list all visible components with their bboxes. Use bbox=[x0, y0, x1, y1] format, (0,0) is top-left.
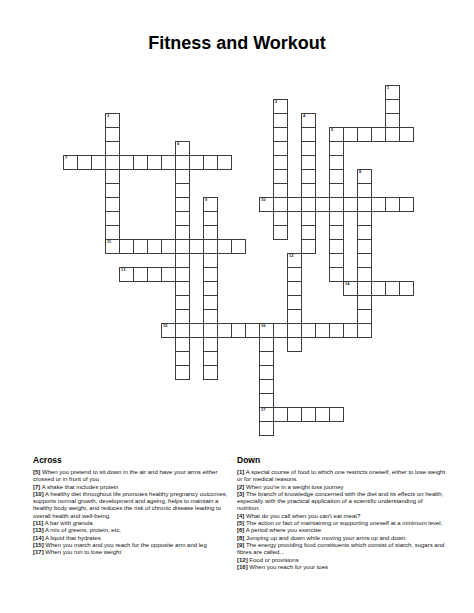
grid-cell[interactable] bbox=[385, 127, 400, 142]
grid-cell[interactable] bbox=[301, 183, 316, 198]
grid-cell[interactable] bbox=[175, 295, 190, 310]
grid-cell[interactable] bbox=[273, 211, 288, 226]
grid-cell[interactable] bbox=[161, 239, 176, 254]
clue-item: [10] A healthy diet throughout life prom… bbox=[33, 491, 230, 520]
grid-cell[interactable] bbox=[175, 197, 190, 212]
grid-cell[interactable] bbox=[175, 337, 190, 352]
across-clue-list: [5] When you pretend to sit down in the … bbox=[33, 469, 230, 557]
grid-cell[interactable] bbox=[287, 295, 302, 310]
cell-number: 6 bbox=[177, 142, 179, 146]
grid-cell[interactable] bbox=[385, 99, 400, 114]
grid-cell[interactable] bbox=[329, 253, 344, 268]
grid-cell[interactable] bbox=[147, 239, 162, 254]
clue-item: [4] What do you call when you can't eat … bbox=[237, 513, 447, 520]
grid-cell[interactable] bbox=[147, 267, 162, 282]
grid-cell[interactable] bbox=[147, 155, 162, 170]
grid-cell[interactable] bbox=[189, 323, 204, 338]
grid-cell[interactable] bbox=[119, 155, 134, 170]
grid-cell[interactable]: 7 bbox=[63, 155, 78, 170]
clue-item: [13] A mix of greens, protein, etc. bbox=[33, 527, 230, 534]
cell-number: 1 bbox=[387, 86, 389, 90]
grid-cell[interactable] bbox=[217, 323, 232, 338]
cell-number: 10 bbox=[261, 198, 265, 202]
grid-cell[interactable] bbox=[287, 323, 302, 338]
clue-text: When you reach for your toes bbox=[248, 564, 328, 570]
clue-item: [2] When you're in a weight loss journey bbox=[237, 484, 447, 491]
clue-item: [5] When you pretend to sit down in the … bbox=[33, 469, 230, 484]
grid-cell[interactable] bbox=[105, 211, 120, 226]
grid-cell[interactable] bbox=[119, 239, 134, 254]
grid-cell[interactable] bbox=[105, 155, 120, 170]
cell-number: 12 bbox=[289, 254, 293, 258]
grid-cell[interactable] bbox=[399, 127, 414, 142]
grid-cell[interactable] bbox=[203, 281, 218, 296]
grid-cell[interactable] bbox=[203, 155, 218, 170]
grid-cell[interactable] bbox=[203, 309, 218, 324]
clue-number: [16] bbox=[237, 564, 248, 570]
clue-item: [17] When you run to lose weight bbox=[33, 549, 230, 556]
grid-cell[interactable] bbox=[105, 127, 120, 142]
cell-number: 5 bbox=[331, 128, 333, 132]
grid-cell[interactable] bbox=[287, 407, 302, 422]
grid-cell[interactable] bbox=[329, 267, 344, 282]
clue-number: [10] bbox=[33, 491, 44, 497]
clue-number: [12] bbox=[237, 557, 248, 563]
grid-cell[interactable] bbox=[273, 141, 288, 156]
grid-cell[interactable] bbox=[287, 337, 302, 352]
grid-cell[interactable] bbox=[329, 225, 344, 240]
cell-number: 9 bbox=[205, 198, 207, 202]
grid-cell[interactable] bbox=[357, 183, 372, 198]
grid-cell[interactable]: 8 bbox=[357, 169, 372, 184]
clue-item: [15] When you march and you reach for th… bbox=[33, 542, 230, 549]
grid-cell[interactable] bbox=[175, 365, 190, 380]
grid-cell[interactable] bbox=[203, 337, 218, 352]
grid-cell[interactable] bbox=[301, 211, 316, 226]
grid-cell[interactable] bbox=[399, 197, 414, 212]
grid-cell[interactable] bbox=[357, 267, 372, 282]
grid-cell[interactable] bbox=[357, 197, 372, 212]
cell-number: 3 bbox=[107, 114, 109, 118]
grid-cell[interactable] bbox=[371, 281, 386, 296]
clue-text: What do you call when you can't eat meat… bbox=[244, 513, 360, 519]
clue-text: Jumping up and down while moving your ar… bbox=[244, 535, 405, 541]
grid-cell[interactable] bbox=[329, 407, 344, 422]
grid-cell[interactable]: 6 bbox=[175, 141, 190, 156]
grid-cell[interactable] bbox=[385, 281, 400, 296]
grid-cell[interactable] bbox=[385, 113, 400, 128]
grid-cell[interactable] bbox=[301, 323, 316, 338]
grid-cell[interactable] bbox=[175, 169, 190, 184]
grid-cell[interactable] bbox=[161, 267, 176, 282]
grid-cell[interactable] bbox=[357, 239, 372, 254]
grid-cell[interactable] bbox=[189, 155, 204, 170]
grid-cell[interactable] bbox=[259, 379, 274, 394]
cell-number: 14 bbox=[345, 282, 349, 286]
grid-cell[interactable] bbox=[259, 351, 274, 366]
grid-cell[interactable] bbox=[357, 211, 372, 226]
grid-cell[interactable] bbox=[105, 225, 120, 240]
down-header: Down bbox=[237, 455, 447, 465]
cell-number: 16 bbox=[261, 324, 265, 328]
grid-cell[interactable] bbox=[329, 155, 344, 170]
grid-cell[interactable] bbox=[203, 267, 218, 282]
clue-item: [6] A period where you exercise bbox=[237, 527, 447, 534]
grid-cell[interactable] bbox=[175, 281, 190, 296]
cell-number: 4 bbox=[303, 114, 305, 118]
grid-cell[interactable] bbox=[343, 197, 358, 212]
grid-cell[interactable] bbox=[329, 211, 344, 226]
grid-cell[interactable] bbox=[105, 169, 120, 184]
grid-cell[interactable]: 16 bbox=[259, 323, 274, 338]
grid-cell[interactable] bbox=[301, 225, 316, 240]
grid-cell[interactable] bbox=[175, 309, 190, 324]
clue-item: [3] The branch of knowledge concerned wi… bbox=[237, 491, 447, 513]
grid-cell[interactable] bbox=[357, 225, 372, 240]
grid-cell[interactable] bbox=[315, 323, 330, 338]
down-clues-section: Down [1] A special course of food to whi… bbox=[237, 455, 447, 571]
grid-cell[interactable] bbox=[399, 281, 414, 296]
grid-cell[interactable] bbox=[175, 155, 190, 170]
grid-cell[interactable]: 11 bbox=[105, 239, 120, 254]
grid-cell[interactable] bbox=[105, 197, 120, 212]
grid-cell[interactable] bbox=[287, 197, 302, 212]
grid-cell[interactable] bbox=[133, 267, 148, 282]
grid-cell[interactable]: 1 bbox=[385, 85, 400, 100]
grid-cell[interactable] bbox=[273, 323, 288, 338]
grid-cell[interactable] bbox=[273, 169, 288, 184]
grid-cell[interactable] bbox=[175, 323, 190, 338]
clue-text: Food or provisions bbox=[248, 557, 299, 563]
clue-item: [11] A bar with granola bbox=[33, 520, 230, 527]
clue-text: When you pretend to sit down in the air … bbox=[33, 469, 217, 482]
crossword-grid: 1234567891011121314151617 bbox=[63, 85, 415, 437]
grid-cell[interactable] bbox=[343, 323, 358, 338]
grid-cell[interactable] bbox=[203, 211, 218, 226]
grid-cell[interactable] bbox=[203, 365, 218, 380]
clue-text: A healthy diet throughout life promotes … bbox=[33, 491, 227, 519]
grid-cell[interactable] bbox=[175, 211, 190, 226]
grid-cell[interactable] bbox=[259, 421, 274, 436]
clue-item: [7] A shake that includes protein bbox=[33, 484, 230, 491]
grid-cell[interactable] bbox=[217, 155, 232, 170]
clue-text: A bar with granola bbox=[43, 520, 92, 526]
clue-text: A period where you exercise bbox=[244, 527, 321, 533]
grid-cell[interactable] bbox=[357, 323, 372, 338]
clue-text: A mix of greens, protein, etc. bbox=[44, 527, 121, 533]
grid-cell[interactable] bbox=[301, 197, 316, 212]
grid-cell[interactable] bbox=[273, 407, 288, 422]
grid-cell[interactable] bbox=[273, 113, 288, 128]
grid-cell[interactable] bbox=[357, 295, 372, 310]
grid-cell[interactable]: 2 bbox=[273, 99, 288, 114]
grid-cell[interactable]: 14 bbox=[343, 281, 358, 296]
grid-cell[interactable] bbox=[245, 323, 260, 338]
grid-cell[interactable] bbox=[175, 351, 190, 366]
grid-cell[interactable]: 9 bbox=[203, 197, 218, 212]
clue-text: When you're in a weight loss journey bbox=[244, 484, 343, 490]
grid-cell[interactable] bbox=[301, 239, 316, 254]
clue-text: The branch of knowledge concerned with t… bbox=[237, 491, 443, 512]
cell-number: 11 bbox=[107, 240, 111, 244]
grid-cell[interactable] bbox=[329, 197, 344, 212]
grid-cell[interactable] bbox=[371, 127, 386, 142]
grid-cell[interactable] bbox=[259, 365, 274, 380]
grid-cell[interactable] bbox=[273, 155, 288, 170]
grid-cell[interactable] bbox=[357, 281, 372, 296]
clue-text: A special course of food to which one re… bbox=[237, 469, 445, 482]
down-clue-list: [1] A special course of food to which on… bbox=[237, 469, 447, 571]
grid-cell[interactable] bbox=[357, 309, 372, 324]
grid-cell[interactable] bbox=[301, 407, 316, 422]
across-clues-section: Across [5] When you pretend to sit down … bbox=[33, 455, 230, 557]
grid-cell[interactable] bbox=[133, 239, 148, 254]
grid-cell[interactable] bbox=[161, 155, 176, 170]
clue-number: [11] bbox=[33, 520, 43, 526]
grid-cell[interactable] bbox=[259, 393, 274, 408]
grid-cell[interactable] bbox=[315, 407, 330, 422]
page-title: Fitness and Workout bbox=[0, 33, 474, 54]
grid-cell[interactable] bbox=[175, 183, 190, 198]
grid-cell[interactable]: 10 bbox=[259, 197, 274, 212]
clue-item: [9] The energy providing food constituen… bbox=[237, 542, 447, 557]
grid-cell[interactable] bbox=[105, 141, 120, 156]
grid-cell[interactable] bbox=[329, 169, 344, 184]
clue-text: When you run to lose weight bbox=[44, 549, 121, 555]
grid-cell[interactable] bbox=[105, 183, 120, 198]
grid-cell[interactable] bbox=[217, 239, 232, 254]
grid-cell[interactable] bbox=[231, 239, 246, 254]
grid-cell[interactable]: 4 bbox=[301, 113, 316, 128]
clue-text: When you march and you reach for the opp… bbox=[44, 542, 207, 548]
grid-cell[interactable] bbox=[301, 141, 316, 156]
grid-cell[interactable] bbox=[315, 197, 330, 212]
grid-cell[interactable] bbox=[301, 155, 316, 170]
clue-number: [14] bbox=[33, 535, 44, 541]
clue-item: [12] Food or provisions bbox=[237, 557, 447, 564]
grid-cell[interactable] bbox=[329, 141, 344, 156]
grid-cell[interactable] bbox=[77, 155, 92, 170]
clue-text: The energy providing food constituents w… bbox=[237, 542, 444, 555]
cell-number: 2 bbox=[275, 100, 277, 104]
grid-cell[interactable] bbox=[189, 239, 204, 254]
clue-item: [14] A liquid that hydrates bbox=[33, 535, 230, 542]
clue-number: [15] bbox=[33, 542, 44, 548]
clue-item: [16] When you reach for your toes bbox=[237, 564, 447, 571]
grid-cell[interactable] bbox=[203, 253, 218, 268]
grid-cell[interactable] bbox=[133, 155, 148, 170]
grid-cell[interactable] bbox=[357, 253, 372, 268]
clue-text: The action or fact of maintaining or sup… bbox=[244, 520, 442, 526]
grid-cell[interactable]: 13 bbox=[119, 267, 134, 282]
clue-text: A shake that includes protein bbox=[40, 484, 118, 490]
cell-number: 8 bbox=[359, 170, 361, 174]
grid-cell[interactable] bbox=[231, 323, 246, 338]
grid-cell[interactable] bbox=[273, 197, 288, 212]
grid-cell[interactable] bbox=[371, 197, 386, 212]
clue-item: [8] Jumping up and down while moving you… bbox=[237, 535, 447, 542]
grid-cell[interactable] bbox=[287, 281, 302, 296]
grid-cell[interactable]: 3 bbox=[105, 113, 120, 128]
grid-cell[interactable] bbox=[357, 127, 372, 142]
grid-cell[interactable] bbox=[91, 155, 106, 170]
cell-number: 13 bbox=[121, 268, 125, 272]
grid-cell[interactable] bbox=[287, 309, 302, 324]
grid-cell[interactable] bbox=[329, 183, 344, 198]
grid-cell[interactable] bbox=[287, 267, 302, 282]
grid-cell[interactable] bbox=[273, 183, 288, 198]
clue-number: [13] bbox=[33, 527, 44, 533]
grid-cell[interactable] bbox=[203, 323, 218, 338]
grid-cell[interactable] bbox=[259, 337, 274, 352]
cell-number: 17 bbox=[261, 408, 265, 412]
grid-cell[interactable] bbox=[301, 127, 316, 142]
grid-cell[interactable]: 5 bbox=[329, 127, 344, 142]
clue-item: [1] A special course of food to which on… bbox=[237, 469, 447, 484]
clue-item: [5] The action or fact of maintaining or… bbox=[237, 520, 447, 527]
grid-cell[interactable] bbox=[343, 127, 358, 142]
grid-cell[interactable] bbox=[203, 295, 218, 310]
across-header: Across bbox=[33, 455, 230, 465]
grid-cell[interactable] bbox=[203, 225, 218, 240]
grid-cell[interactable] bbox=[175, 239, 190, 254]
grid-cell[interactable]: 17 bbox=[259, 407, 274, 422]
grid-cell[interactable] bbox=[273, 127, 288, 142]
cell-number: 7 bbox=[65, 156, 67, 160]
grid-cell[interactable]: 15 bbox=[161, 323, 176, 338]
grid-cell[interactable] bbox=[385, 197, 400, 212]
grid-cell[interactable] bbox=[273, 225, 288, 240]
cell-number: 15 bbox=[163, 324, 167, 328]
grid-cell[interactable]: 12 bbox=[287, 253, 302, 268]
grid-cell[interactable] bbox=[329, 323, 344, 338]
grid-cell[interactable] bbox=[203, 239, 218, 254]
grid-cell[interactable] bbox=[175, 267, 190, 282]
clue-number: [17] bbox=[33, 549, 44, 555]
grid-cell[interactable] bbox=[329, 239, 344, 254]
clue-text: A liquid that hydrates bbox=[44, 535, 101, 541]
grid-cell[interactable] bbox=[301, 169, 316, 184]
grid-cell[interactable] bbox=[175, 225, 190, 240]
grid-cell[interactable] bbox=[203, 351, 218, 366]
grid-cell[interactable] bbox=[175, 253, 190, 268]
